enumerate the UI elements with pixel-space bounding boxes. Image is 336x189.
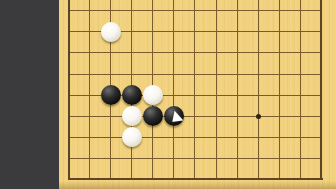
star-point: [256, 114, 261, 119]
mouse-cursor-icon: [169, 109, 185, 127]
white-stone-E5[interactable]: [143, 85, 163, 105]
app-frame: [0, 0, 336, 189]
white-stone-D3[interactable]: [122, 127, 142, 147]
sidebar-panel: [0, 0, 59, 189]
black-stone-E4[interactable]: [143, 106, 163, 126]
black-stone-C5[interactable]: [101, 85, 121, 105]
black-stone-D5[interactable]: [122, 85, 142, 105]
go-board[interactable]: [58, 0, 332, 189]
white-stone-D4[interactable]: [122, 106, 142, 126]
white-stone-C8[interactable]: [101, 22, 121, 42]
